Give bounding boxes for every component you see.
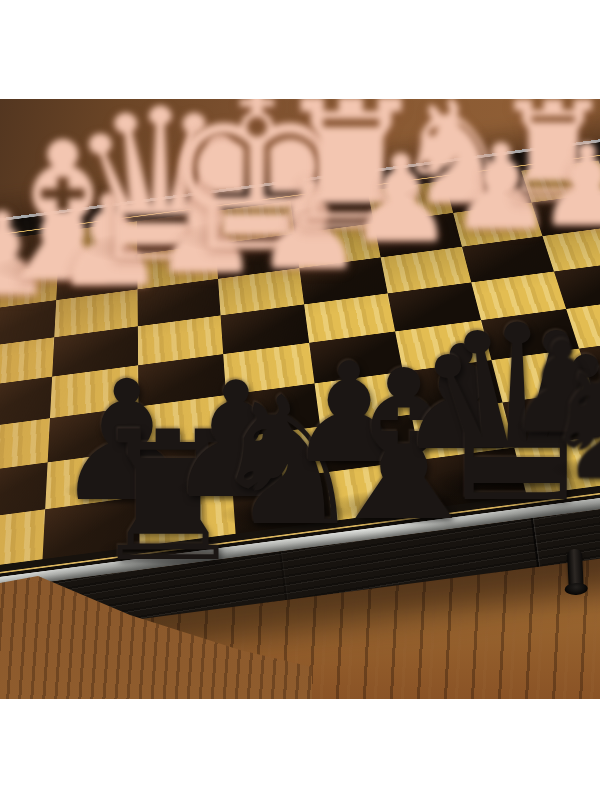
page-background: ♟♝♟♛♟♚♟♜♟♞♟♜♟ ♟♜♟♞♟♝♟♛♟♞: [0, 0, 600, 800]
chess-set-photo: ♟♝♟♛♟♚♟♜♟♞♟♜♟ ♟♜♟♞♟♝♟♛♟♞: [0, 99, 600, 699]
black-pieces-layer: ♟♜♟♞♟♝♟♛♟♞: [0, 99, 600, 699]
black-knight-piece: ♞: [539, 347, 600, 502]
